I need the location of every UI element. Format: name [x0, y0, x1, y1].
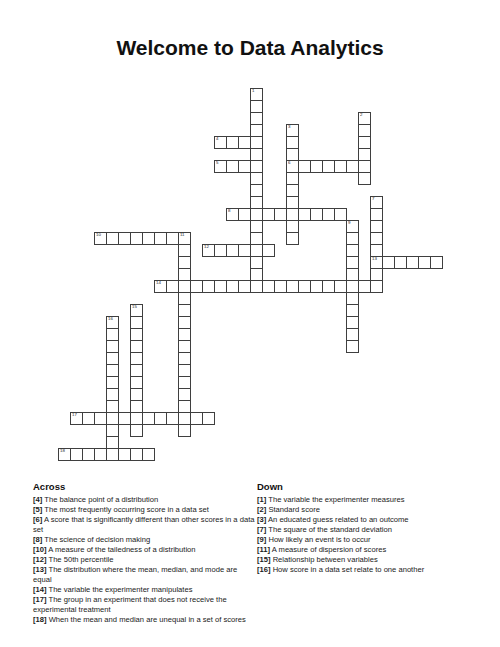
clue-down-16: [16] How score in a data set relate to o…	[257, 565, 492, 575]
clue-number-label: [11]	[257, 545, 270, 554]
clue-number: 2	[360, 113, 362, 117]
clue-number-label: [6]	[33, 515, 42, 524]
clue-down-11: [11] A measure of dispersion of scores	[257, 545, 492, 555]
clue-number: 11	[180, 233, 185, 237]
clue-number-label: [3]	[257, 515, 266, 524]
clue-number-label: [10]	[33, 545, 47, 554]
grid-cell[interactable]	[142, 448, 155, 461]
clue-text: The most frequently occurring score in a…	[44, 505, 209, 514]
grid-cell[interactable]	[370, 280, 383, 293]
clue-across-8: [8] The science of decision making	[33, 535, 256, 545]
clue-number-label: [13]	[33, 565, 47, 574]
down-clue-list: [1] The variable the experimenter measur…	[257, 495, 492, 575]
clue-across-13: [13] The distribution where the mean, me…	[33, 565, 256, 585]
clue-number-label: [9]	[257, 535, 266, 544]
grid-cell[interactable]	[130, 424, 143, 437]
clue-number: 3	[288, 125, 290, 129]
crossword-page: Welcome to Data Analytics 12345678910111…	[0, 0, 500, 647]
clue-text: The science of decision making	[44, 535, 150, 544]
clue-text: An educated guess related to an outcome	[268, 515, 409, 524]
clue-number: 18	[60, 449, 65, 453]
down-clues-section: Down [1] The variable the experimenter m…	[257, 481, 492, 575]
grid-cell[interactable]	[358, 172, 371, 185]
across-clue-list: [4] The balance point of a distribution[…	[33, 495, 256, 625]
clue-number-label: [8]	[33, 535, 42, 544]
clue-down-15: [15] Relationship between variables	[257, 555, 492, 565]
clue-number: 12	[204, 245, 209, 249]
clue-text: A score that is significantly different …	[33, 515, 254, 534]
clue-number-label: [16]	[257, 565, 271, 574]
clue-text: The variable the experimenter measures	[268, 495, 404, 504]
clue-across-6: [6] A score that is significantly differ…	[33, 515, 256, 535]
clue-text: The variable the experimenter manipulate…	[49, 585, 193, 594]
clue-number: 16	[108, 317, 113, 321]
clue-number: 5	[216, 161, 218, 165]
grid-cell[interactable]	[262, 244, 275, 257]
across-header: Across	[33, 481, 256, 492]
clue-text: How likely an event is to occur	[268, 535, 370, 544]
grid-cell[interactable]	[202, 412, 215, 425]
page-title: Welcome to Data Analytics	[0, 36, 500, 60]
grid-cell[interactable]	[430, 256, 443, 269]
grid-cell[interactable]	[346, 340, 359, 353]
grid-cell[interactable]	[178, 424, 191, 437]
clue-number: 8	[228, 209, 230, 213]
clue-number-label: [1]	[257, 495, 266, 504]
clue-down-1: [1] The variable the experimenter measur…	[257, 495, 492, 505]
grid-cell[interactable]	[286, 232, 299, 245]
clue-number-label: [12]	[33, 555, 47, 564]
clue-text: How score in a data set relate to one an…	[273, 565, 425, 574]
clue-text: The distribution where the mean, median,…	[33, 565, 237, 584]
clue-text: The balance point of a distribution	[44, 495, 158, 504]
clue-across-18: [18] When the mean and median are unequa…	[33, 615, 256, 625]
clue-text: Relationship between variables	[273, 555, 378, 564]
clue-number: 4	[216, 137, 218, 141]
crossword-grid: 123456789101112131415161718	[58, 88, 444, 462]
clue-text: The group in an experiment that does not…	[33, 595, 227, 614]
clue-down-7: [7] The square of the standard deviation	[257, 525, 492, 535]
clue-down-2: [2] Standard score	[257, 505, 492, 515]
clue-number-label: [15]	[257, 555, 271, 564]
clue-text: A measure of dispersion of scores	[272, 545, 386, 554]
clue-number-label: [18]	[33, 615, 47, 624]
clue-text: Standard score	[268, 505, 320, 514]
clue-down-3: [3] An educated guess related to an outc…	[257, 515, 492, 525]
clue-number-label: [5]	[33, 505, 42, 514]
clue-number-label: [2]	[257, 505, 266, 514]
across-clues-section: Across [4] The balance point of a distri…	[33, 481, 256, 625]
clue-number: 10	[96, 233, 101, 237]
clue-number: 15	[132, 305, 137, 309]
clue-across-12: [12] The 50th percentile	[33, 555, 256, 565]
clue-number-label: [7]	[257, 525, 266, 534]
clue-down-9: [9] How likely an event is to occur	[257, 535, 492, 545]
clue-text: A measure of the tailedness of a distrib…	[48, 545, 195, 554]
clue-across-17: [17] The group in an experiment that doe…	[33, 595, 256, 615]
clue-text: When the mean and median are unequal in …	[49, 615, 246, 624]
clue-number: 1	[252, 89, 254, 93]
clue-across-10: [10] A measure of the tailedness of a di…	[33, 545, 256, 555]
clue-number: 6	[288, 161, 290, 165]
clue-text: The 50th percentile	[49, 555, 114, 564]
clue-number: 13	[372, 257, 377, 261]
down-header: Down	[257, 481, 492, 492]
clue-across-4: [4] The balance point of a distribution	[33, 495, 256, 505]
clue-number-label: [14]	[33, 585, 47, 594]
clue-number-label: [4]	[33, 495, 42, 504]
clue-number: 17	[72, 413, 77, 417]
clue-across-5: [5] The most frequently occurring score …	[33, 505, 256, 515]
clue-number: 9	[348, 221, 350, 225]
clue-across-14: [14] The variable the experimenter manip…	[33, 585, 256, 595]
clue-text: The square of the standard deviation	[268, 525, 392, 534]
clue-number-label: [17]	[33, 595, 47, 604]
clue-number: 7	[372, 197, 374, 201]
clue-number: 14	[156, 281, 161, 285]
